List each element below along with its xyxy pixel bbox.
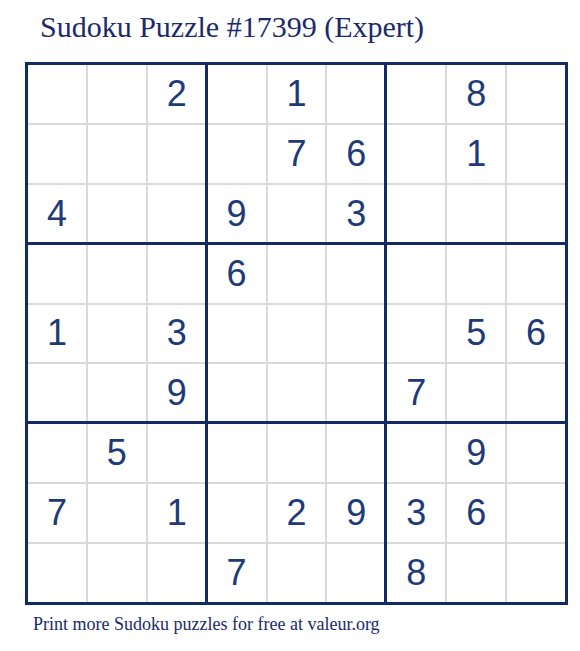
- cell-r5c2: [88, 305, 146, 363]
- cell-r6c8: [447, 364, 505, 422]
- cell-r3c8: [447, 185, 505, 243]
- cell-r1c4: [208, 65, 266, 123]
- cell-r3c9: [507, 185, 565, 243]
- cell-r4c4: 6: [208, 245, 266, 303]
- cell-r7c5: [268, 424, 326, 482]
- cell-r4c7: [387, 245, 445, 303]
- cell-r4c5: [268, 245, 326, 303]
- cell-r2c4: [208, 125, 266, 183]
- cell-r9c1: [28, 544, 86, 602]
- box-divider-vertical-2: [384, 65, 387, 602]
- cell-r7c4: [208, 424, 266, 482]
- cell-r7c2: 5: [88, 424, 146, 482]
- cell-r9c4: 7: [208, 544, 266, 602]
- cell-r4c3: [148, 245, 206, 303]
- cell-r4c2: [88, 245, 146, 303]
- cell-r3c7: [387, 185, 445, 243]
- cell-r2c1: [28, 125, 86, 183]
- cell-r3c5: [268, 185, 326, 243]
- cell-r5c9: 6: [507, 305, 565, 363]
- box-divider-horizontal-1: [28, 242, 565, 245]
- cell-r9c3: [148, 544, 206, 602]
- cell-r1c5: 1: [268, 65, 326, 123]
- cell-r5c4: [208, 305, 266, 363]
- cell-r3c3: [148, 185, 206, 243]
- cell-r5c7: [387, 305, 445, 363]
- cell-r9c8: [447, 544, 505, 602]
- cell-r7c6: [327, 424, 385, 482]
- cell-r3c4: 9: [208, 185, 266, 243]
- cell-r6c5: [268, 364, 326, 422]
- cell-r8c8: 6: [447, 484, 505, 542]
- cell-r1c1: [28, 65, 86, 123]
- sudoku-page: Sudoku Puzzle #17399 (Expert) 2187614936…: [0, 0, 580, 651]
- cell-r8c6: 9: [327, 484, 385, 542]
- cell-r4c6: [327, 245, 385, 303]
- cell-r6c7: 7: [387, 364, 445, 422]
- cell-r9c9: [507, 544, 565, 602]
- box-divider-horizontal-2: [28, 421, 565, 424]
- cell-r5c6: [327, 305, 385, 363]
- cell-r6c2: [88, 364, 146, 422]
- cell-r6c3: 9: [148, 364, 206, 422]
- cell-r9c7: 8: [387, 544, 445, 602]
- cell-r1c6: [327, 65, 385, 123]
- cell-r2c5: 7: [268, 125, 326, 183]
- cell-r8c3: 1: [148, 484, 206, 542]
- sudoku-grid: 21876149361356975971293678: [28, 65, 565, 602]
- cell-r8c2: [88, 484, 146, 542]
- cell-r7c3: [148, 424, 206, 482]
- cell-r5c8: 5: [447, 305, 505, 363]
- cell-r1c9: [507, 65, 565, 123]
- cell-r6c6: [327, 364, 385, 422]
- cell-r2c6: 6: [327, 125, 385, 183]
- cell-r6c9: [507, 364, 565, 422]
- cell-r8c5: 2: [268, 484, 326, 542]
- cell-r2c7: [387, 125, 445, 183]
- cell-r1c2: [88, 65, 146, 123]
- cell-r4c1: [28, 245, 86, 303]
- cell-r3c1: 4: [28, 185, 86, 243]
- cell-r4c9: [507, 245, 565, 303]
- cell-r8c9: [507, 484, 565, 542]
- cell-r1c8: 8: [447, 65, 505, 123]
- cell-r3c2: [88, 185, 146, 243]
- cell-r7c8: 9: [447, 424, 505, 482]
- cell-r3c6: 3: [327, 185, 385, 243]
- cell-r2c3: [148, 125, 206, 183]
- sudoku-board: 21876149361356975971293678: [25, 62, 568, 605]
- box-divider-vertical-1: [205, 65, 208, 602]
- cell-r8c7: 3: [387, 484, 445, 542]
- page-title: Sudoku Puzzle #17399 (Expert): [40, 10, 424, 44]
- cell-r7c1: [28, 424, 86, 482]
- cell-r2c2: [88, 125, 146, 183]
- cell-r2c8: 1: [447, 125, 505, 183]
- cell-r9c6: [327, 544, 385, 602]
- cell-r6c4: [208, 364, 266, 422]
- cell-r2c9: [507, 125, 565, 183]
- footer-credit: Print more Sudoku puzzles for free at va…: [33, 614, 380, 635]
- cell-r1c7: [387, 65, 445, 123]
- cell-r5c1: 1: [28, 305, 86, 363]
- cell-r9c2: [88, 544, 146, 602]
- cell-r7c9: [507, 424, 565, 482]
- cell-r4c8: [447, 245, 505, 303]
- cell-r1c3: 2: [148, 65, 206, 123]
- cell-r8c1: 7: [28, 484, 86, 542]
- cell-r5c5: [268, 305, 326, 363]
- cell-r7c7: [387, 424, 445, 482]
- cell-r5c3: 3: [148, 305, 206, 363]
- cell-r8c4: [208, 484, 266, 542]
- cell-r6c1: [28, 364, 86, 422]
- cell-r9c5: [268, 544, 326, 602]
